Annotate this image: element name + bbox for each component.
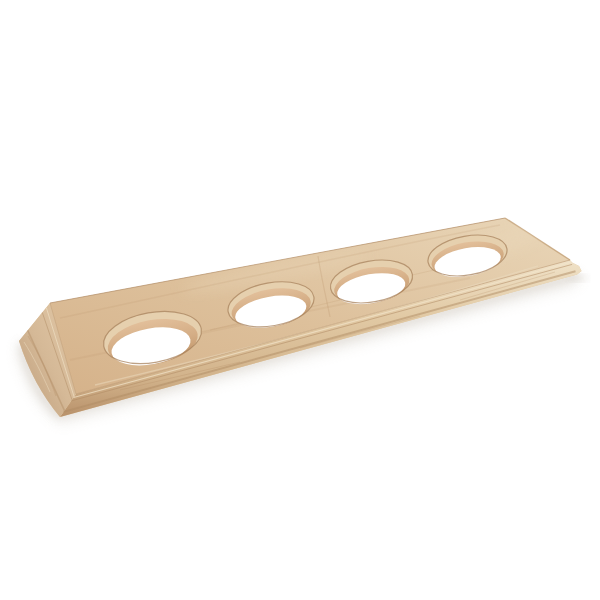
product-photo <box>0 0 600 600</box>
photo-canvas <box>0 0 600 600</box>
